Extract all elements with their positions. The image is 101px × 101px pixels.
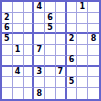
cell-r8c7[interactable]: 5 [67, 77, 78, 88]
cell-r9c3[interactable] [24, 88, 35, 99]
cell-r5c1[interactable] [2, 45, 13, 56]
cell-r2c3[interactable] [24, 13, 35, 24]
cell-r1c9[interactable] [88, 2, 99, 13]
cell-r1c3[interactable] [24, 2, 35, 13]
cell-r1c4[interactable]: 4 [34, 2, 45, 13]
cell-r7c2[interactable]: 4 [13, 67, 24, 78]
cell-r5c3[interactable] [24, 45, 35, 56]
cell-r6c4[interactable] [34, 56, 45, 67]
cell-r9c2[interactable] [13, 88, 24, 99]
cell-r1c1[interactable] [2, 2, 13, 13]
cell-r5c4[interactable]: 7 [34, 45, 45, 56]
cell-r4c6[interactable] [56, 34, 67, 45]
sudoku-board: 41266552817643758 [0, 0, 101, 101]
cell-r4c5[interactable] [45, 34, 56, 45]
cell-r3c5[interactable]: 5 [45, 24, 56, 35]
cell-r9c4[interactable]: 8 [34, 88, 45, 99]
cell-r5c5[interactable] [45, 45, 56, 56]
cell-r9c8[interactable] [77, 88, 88, 99]
cell-r4c8[interactable] [77, 34, 88, 45]
cell-r8c1[interactable] [2, 77, 13, 88]
cell-r9c7[interactable] [67, 88, 78, 99]
cell-r3c3[interactable] [24, 24, 35, 35]
cell-r6c2[interactable] [13, 56, 24, 67]
cell-r3c1[interactable]: 6 [2, 24, 13, 35]
cell-r7c3[interactable] [24, 67, 35, 78]
cell-r4c1[interactable]: 5 [2, 34, 13, 45]
cell-r2c4[interactable] [34, 13, 45, 24]
cell-r6c3[interactable] [24, 56, 35, 67]
cell-r7c5[interactable] [45, 67, 56, 78]
cell-r5c8[interactable] [77, 45, 88, 56]
cell-r2c7[interactable] [67, 13, 78, 24]
cell-r9c9[interactable] [88, 88, 99, 99]
cell-r8c6[interactable] [56, 77, 67, 88]
cell-r7c8[interactable] [77, 67, 88, 78]
cell-r8c2[interactable] [13, 77, 24, 88]
cell-r6c8[interactable] [77, 56, 88, 67]
cell-r5c9[interactable] [88, 45, 99, 56]
cell-r3c4[interactable] [34, 24, 45, 35]
cell-r7c4[interactable]: 3 [34, 67, 45, 78]
cell-r2c9[interactable] [88, 13, 99, 24]
cell-r4c3[interactable] [24, 34, 35, 45]
cell-r8c8[interactable] [77, 77, 88, 88]
cell-r8c3[interactable] [24, 77, 35, 88]
cell-r2c2[interactable] [13, 13, 24, 24]
cell-r6c7[interactable]: 6 [67, 56, 78, 67]
cell-r1c2[interactable] [13, 2, 24, 13]
cell-r6c1[interactable] [2, 56, 13, 67]
cell-r2c6[interactable] [56, 13, 67, 24]
cell-r7c7[interactable] [67, 67, 78, 78]
cell-r8c4[interactable] [34, 77, 45, 88]
cell-r2c8[interactable] [77, 13, 88, 24]
cell-r4c4[interactable] [34, 34, 45, 45]
cell-r8c5[interactable] [45, 77, 56, 88]
cell-r4c2[interactable] [13, 34, 24, 45]
cell-r4c9[interactable]: 8 [88, 34, 99, 45]
cell-r6c6[interactable] [56, 56, 67, 67]
cell-r1c8[interactable]: 1 [77, 2, 88, 13]
cell-r1c7[interactable] [67, 2, 78, 13]
cell-r7c1[interactable] [2, 67, 13, 78]
cell-r8c9[interactable] [88, 77, 99, 88]
cell-r1c6[interactable] [56, 2, 67, 13]
cell-r2c1[interactable]: 2 [2, 13, 13, 24]
cell-r5c2[interactable]: 1 [13, 45, 24, 56]
cell-r9c1[interactable] [2, 88, 13, 99]
cell-r6c5[interactable] [45, 56, 56, 67]
cell-r9c5[interactable] [45, 88, 56, 99]
cell-r3c9[interactable] [88, 24, 99, 35]
cell-r2c5[interactable]: 6 [45, 13, 56, 24]
cell-r3c7[interactable] [67, 24, 78, 35]
cell-r6c9[interactable] [88, 56, 99, 67]
cell-r5c6[interactable] [56, 45, 67, 56]
cell-r7c9[interactable] [88, 67, 99, 78]
cell-r5c7[interactable] [67, 45, 78, 56]
cell-r3c8[interactable] [77, 24, 88, 35]
cell-r3c2[interactable] [13, 24, 24, 35]
cell-r7c6[interactable]: 7 [56, 67, 67, 78]
cell-r4c7[interactable]: 2 [67, 34, 78, 45]
cell-r3c6[interactable] [56, 24, 67, 35]
cell-r1c5[interactable] [45, 2, 56, 13]
cell-r9c6[interactable] [56, 88, 67, 99]
